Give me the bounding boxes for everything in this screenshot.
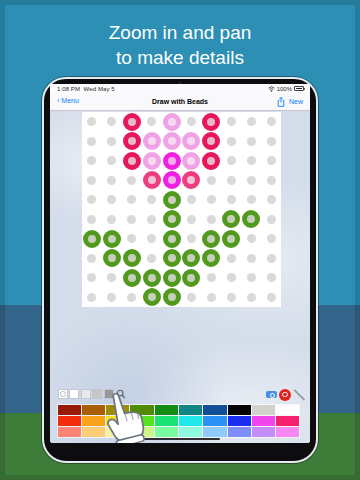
peg-cell[interactable] — [241, 112, 261, 132]
bead-ring — [202, 152, 220, 170]
peg-cell[interactable] — [261, 229, 281, 249]
bead-ring — [163, 132, 181, 150]
navigation-bar: ‹ Menu Draw with Beads New — [50, 94, 310, 111]
bead-violet[interactable] — [181, 132, 201, 152]
peg-dot — [127, 293, 136, 302]
bead-ring — [182, 132, 200, 150]
peg-dot — [107, 215, 116, 224]
bead-ring — [202, 113, 220, 131]
right-tool-group — [266, 388, 306, 401]
peg-dot — [87, 254, 96, 263]
bead-board — [82, 112, 281, 307]
peg-dot — [87, 215, 96, 224]
bead-ring — [202, 230, 220, 248]
peg-cell[interactable] — [102, 210, 122, 230]
bead-green[interactable] — [142, 288, 162, 308]
peg-cell[interactable] — [102, 268, 122, 288]
peg-cell[interactable] — [102, 132, 122, 152]
peg-cell[interactable] — [261, 249, 281, 269]
bead-violet[interactable] — [142, 151, 162, 171]
bead-green[interactable] — [122, 249, 142, 269]
peg-cell[interactable] — [82, 151, 102, 171]
empty-bead-tool[interactable] — [58, 389, 68, 399]
peg-dot — [147, 234, 156, 243]
screenshot: Zoom in and pan to make details 1:08 PM … — [0, 0, 360, 480]
peg-dot — [127, 195, 136, 204]
peg-cell[interactable] — [221, 249, 241, 269]
marketing-caption: Zoom in and pan to make details — [0, 20, 360, 70]
palette-swatch[interactable] — [228, 405, 251, 415]
peg-cell[interactable] — [102, 151, 122, 171]
peg-dot — [87, 156, 96, 165]
caption-line1: Zoom in and pan — [0, 20, 360, 45]
peg-dot — [267, 156, 276, 165]
peg-cell[interactable] — [102, 171, 122, 191]
peg-cell[interactable] — [221, 132, 241, 152]
peg-dot — [107, 156, 116, 165]
peg-cell[interactable] — [261, 151, 281, 171]
peg-dot — [187, 234, 196, 243]
bead-ring — [202, 132, 220, 150]
peg-cell[interactable] — [261, 112, 281, 132]
new-button[interactable]: New — [289, 98, 303, 105]
peg-dot — [87, 195, 96, 204]
bead-green[interactable] — [201, 229, 221, 249]
peg-dot — [207, 215, 216, 224]
clear-icon[interactable] — [279, 389, 291, 401]
peg-dot — [127, 215, 136, 224]
bead-ring — [182, 249, 200, 267]
bead-ring — [163, 113, 181, 131]
bead-crimson[interactable] — [122, 132, 142, 152]
bead-green[interactable] — [162, 288, 182, 308]
battery-percent: 100% — [277, 86, 292, 92]
bead-ring — [123, 152, 141, 170]
bead-ring — [242, 210, 260, 228]
bead-green[interactable] — [102, 249, 122, 269]
bead-green[interactable] — [162, 229, 182, 249]
bead-green[interactable] — [221, 210, 241, 230]
peg-dot — [247, 195, 256, 204]
peg-cell[interactable] — [122, 190, 142, 210]
peg-dot — [107, 273, 116, 282]
peg-dot — [187, 117, 196, 126]
peg-cell[interactable] — [201, 288, 221, 308]
peg-cell[interactable] — [201, 171, 221, 191]
peg-dot — [227, 293, 236, 302]
bead-ring — [143, 288, 161, 306]
bead-ring — [222, 230, 240, 248]
bead-ring — [123, 113, 141, 131]
peg-dot — [107, 195, 116, 204]
palette-swatch[interactable] — [58, 405, 81, 415]
bead-ring — [163, 171, 181, 189]
bead-crimson[interactable] — [201, 112, 221, 132]
bead-violet[interactable] — [162, 132, 182, 152]
peg-cell[interactable] — [82, 132, 102, 152]
peg-cell[interactable] — [261, 190, 281, 210]
bead-green[interactable] — [102, 229, 122, 249]
bead-ring — [143, 269, 161, 287]
peg-cell[interactable] — [181, 288, 201, 308]
palette-swatch[interactable] — [203, 405, 226, 415]
page-title: Draw with Beads — [50, 98, 310, 105]
peg-cell[interactable] — [102, 288, 122, 308]
hand-cursor — [94, 387, 152, 443]
bead-ring — [163, 269, 181, 287]
peg-cell[interactable] — [221, 112, 241, 132]
peg-dot — [147, 195, 156, 204]
bead-ring — [163, 230, 181, 248]
bead-magenta[interactable] — [162, 151, 182, 171]
palette-swatch[interactable] — [228, 416, 251, 426]
peg-cell[interactable] — [82, 288, 102, 308]
palette-swatch[interactable] — [252, 405, 275, 415]
peg-dot — [147, 215, 156, 224]
bead-green[interactable] — [221, 229, 241, 249]
peg-cell[interactable] — [142, 112, 162, 132]
peg-dot — [267, 234, 276, 243]
peg-dot — [227, 273, 236, 282]
bead-ring — [163, 249, 181, 267]
peg-dot — [147, 254, 156, 263]
peg-dot — [247, 273, 256, 282]
peg-cell[interactable] — [221, 190, 241, 210]
color-palette — [57, 404, 300, 438]
peg-dot — [267, 273, 276, 282]
peg-cell[interactable] — [241, 249, 261, 269]
peg-cell[interactable] — [82, 190, 102, 210]
bead-green[interactable] — [201, 249, 221, 269]
bead-ring — [103, 230, 121, 248]
palette-swatch[interactable] — [155, 416, 178, 426]
peg-dot — [267, 215, 276, 224]
peg-cell[interactable] — [261, 132, 281, 152]
peg-dot — [187, 293, 196, 302]
peg-cell[interactable] — [241, 171, 261, 191]
bead-violet[interactable] — [181, 151, 201, 171]
peg-cell[interactable] — [181, 190, 201, 210]
peg-dot — [107, 176, 116, 185]
bead-crimson[interactable] — [201, 132, 221, 152]
peg-cell[interactable] — [221, 288, 241, 308]
peg-cell[interactable] — [241, 190, 261, 210]
peg-dot — [87, 117, 96, 126]
peg-dot — [207, 176, 216, 185]
peg-dot — [227, 254, 236, 263]
bead-crimson[interactable] — [122, 151, 142, 171]
bead-ring — [182, 171, 200, 189]
bead-ring — [143, 152, 161, 170]
bead-deeppink[interactable] — [181, 171, 201, 191]
peg-cell[interactable] — [241, 132, 261, 152]
peg-dot — [107, 117, 116, 126]
peg-cell[interactable] — [261, 171, 281, 191]
peg-cell[interactable] — [82, 210, 102, 230]
peg-dot — [247, 137, 256, 146]
peg-cell[interactable] — [122, 288, 142, 308]
bead-ring — [182, 152, 200, 170]
peg-dot — [227, 156, 236, 165]
peg-cell[interactable] — [142, 249, 162, 269]
peg-dot — [207, 195, 216, 204]
peg-cell[interactable] — [82, 171, 102, 191]
peg-dot — [127, 234, 136, 243]
bead-ring — [163, 191, 181, 209]
status-bar: 1:08 PM Wed May 5 100% — [50, 84, 310, 94]
bead-green[interactable] — [241, 210, 261, 230]
palette-swatch[interactable] — [179, 405, 202, 415]
bead-deeppink[interactable] — [142, 171, 162, 191]
peg-cell[interactable] — [102, 112, 122, 132]
peg-dot — [267, 195, 276, 204]
palette-swatch[interactable] — [252, 427, 275, 437]
peg-cell[interactable] — [142, 229, 162, 249]
peg-dot — [247, 117, 256, 126]
bead-green[interactable] — [122, 268, 142, 288]
wifi-icon — [268, 86, 275, 92]
peg-cell[interactable] — [241, 268, 261, 288]
peg-dot — [87, 176, 96, 185]
peg-cell[interactable] — [122, 229, 142, 249]
caption-line2: to make details — [0, 45, 360, 70]
peg-dot — [267, 137, 276, 146]
palette-swatch[interactable] — [179, 427, 202, 437]
shade-swatch[interactable] — [81, 389, 91, 399]
bead-magenta[interactable] — [162, 171, 182, 191]
peg-cell[interactable] — [201, 210, 221, 230]
bead-green[interactable] — [82, 229, 102, 249]
palette-swatch[interactable] — [252, 416, 275, 426]
palette-swatch[interactable] — [58, 416, 81, 426]
bead-green[interactable] — [142, 268, 162, 288]
peg-dot — [267, 254, 276, 263]
peg-dot — [227, 195, 236, 204]
peg-cell[interactable] — [181, 112, 201, 132]
palette-swatch[interactable] — [203, 427, 226, 437]
bead-green[interactable] — [162, 249, 182, 269]
palette-swatch[interactable] — [179, 416, 202, 426]
peg-dot — [267, 293, 276, 302]
peg-dot — [247, 176, 256, 185]
bead-crimson[interactable] — [201, 151, 221, 171]
drawing-canvas[interactable] — [50, 111, 310, 443]
pencil-icon[interactable] — [293, 388, 306, 401]
ipad-device: 1:08 PM Wed May 5 100% ‹ Menu — [42, 77, 318, 463]
peg-cell[interactable] — [241, 229, 261, 249]
bead-ring — [182, 269, 200, 287]
status-date: Wed May 5 — [84, 86, 115, 92]
peg-dot — [247, 254, 256, 263]
peg-cell[interactable] — [221, 268, 241, 288]
peg-dot — [107, 137, 116, 146]
peg-cell[interactable] — [201, 268, 221, 288]
palette-swatch[interactable] — [276, 416, 299, 426]
peg-cell[interactable] — [181, 229, 201, 249]
app-screen: 1:08 PM Wed May 5 100% ‹ Menu — [50, 84, 310, 443]
peg-dot — [247, 293, 256, 302]
peg-dot — [227, 176, 236, 185]
peg-dot — [127, 176, 136, 185]
peg-cell[interactable] — [261, 210, 281, 230]
peg-dot — [247, 234, 256, 243]
peg-cell[interactable] — [241, 151, 261, 171]
peg-cell[interactable] — [82, 268, 102, 288]
peg-cell[interactable] — [261, 268, 281, 288]
peg-dot — [187, 195, 196, 204]
bead-ring — [123, 269, 141, 287]
palette-swatch[interactable] — [155, 427, 178, 437]
peg-dot — [147, 117, 156, 126]
bead-green[interactable] — [181, 249, 201, 269]
peg-cell[interactable] — [142, 190, 162, 210]
bead-green[interactable] — [181, 268, 201, 288]
bead-ring — [222, 210, 240, 228]
peg-dot — [227, 137, 236, 146]
empty-ring-icon — [60, 391, 66, 397]
peg-cell[interactable] — [201, 190, 221, 210]
palette-swatch[interactable] — [276, 405, 299, 415]
peg-dot — [207, 273, 216, 282]
peg-dot — [87, 137, 96, 146]
bead-violet[interactable] — [162, 112, 182, 132]
peg-cell[interactable] — [102, 190, 122, 210]
peg-cell[interactable] — [122, 171, 142, 191]
bead-green[interactable] — [162, 190, 182, 210]
peg-dot — [267, 176, 276, 185]
bead-ring — [143, 132, 161, 150]
peg-dot — [267, 117, 276, 126]
peg-cell[interactable] — [181, 210, 201, 230]
peg-cell[interactable] — [82, 112, 102, 132]
bead-ring — [163, 152, 181, 170]
peg-cell[interactable] — [221, 151, 241, 171]
bead-ring — [123, 249, 141, 267]
bead-green[interactable] — [162, 210, 182, 230]
share-icon[interactable] — [277, 97, 285, 107]
peg-cell[interactable] — [241, 288, 261, 308]
bead-ring — [163, 210, 181, 228]
bead-ring — [123, 132, 141, 150]
peg-dot — [87, 273, 96, 282]
palette-swatch[interactable] — [203, 416, 226, 426]
bead-ring — [143, 171, 161, 189]
peg-dot — [247, 156, 256, 165]
peg-cell[interactable] — [142, 210, 162, 230]
palette-swatch[interactable] — [276, 427, 299, 437]
palette-swatch[interactable] — [58, 427, 81, 437]
palette-swatch[interactable] — [228, 427, 251, 437]
peg-dot — [207, 293, 216, 302]
peg-cell[interactable] — [122, 210, 142, 230]
bead-ring — [83, 230, 101, 248]
bead-ring — [202, 249, 220, 267]
status-time-date: 1:08 PM Wed May 5 — [57, 86, 115, 92]
peg-cell[interactable] — [82, 249, 102, 269]
peg-dot — [187, 215, 196, 224]
bead-ring — [103, 249, 121, 267]
palette-swatch[interactable] — [155, 405, 178, 415]
bead-crimson[interactable] — [122, 112, 142, 132]
bead-ring — [163, 288, 181, 306]
peg-dot — [107, 293, 116, 302]
peg-dot — [87, 293, 96, 302]
camera-icon[interactable] — [266, 391, 277, 399]
status-time: 1:08 PM — [57, 86, 80, 92]
peg-cell[interactable] — [261, 288, 281, 308]
shade-swatch[interactable] — [69, 389, 79, 399]
bead-violet[interactable] — [142, 132, 162, 152]
peg-cell[interactable] — [221, 171, 241, 191]
bead-green[interactable] — [162, 268, 182, 288]
battery-icon — [294, 86, 304, 91]
peg-dot — [227, 117, 236, 126]
